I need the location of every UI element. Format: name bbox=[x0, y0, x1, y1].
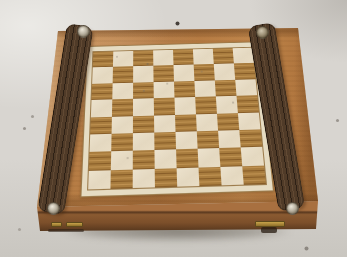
square-r1c1 bbox=[113, 67, 134, 84]
front-foot-shadow-left bbox=[48, 229, 84, 232]
front-foot-shadow-right bbox=[261, 227, 277, 233]
square-r5c3 bbox=[154, 132, 176, 150]
square-r3c3 bbox=[154, 98, 175, 115]
square-r7c5 bbox=[198, 167, 221, 186]
chess-box-photo bbox=[0, 0, 347, 257]
square-r4c1 bbox=[112, 116, 133, 134]
metal-fastener-bottom-left bbox=[47, 202, 60, 215]
square-r7c4 bbox=[177, 167, 200, 186]
square-r3c7 bbox=[237, 95, 259, 112]
square-r1c2 bbox=[133, 66, 153, 83]
square-r1c6 bbox=[214, 64, 235, 80]
square-r3c0 bbox=[91, 99, 112, 116]
square-r2c2 bbox=[133, 82, 154, 99]
chessboard bbox=[80, 41, 274, 197]
square-r0c0 bbox=[93, 52, 114, 68]
square-r2c5 bbox=[194, 80, 215, 97]
square-r7c3 bbox=[155, 168, 177, 188]
square-r3c6 bbox=[216, 96, 238, 113]
square-r3c4 bbox=[174, 97, 195, 114]
square-r2c6 bbox=[215, 80, 237, 97]
square-r3c5 bbox=[195, 96, 217, 113]
square-r4c7 bbox=[238, 112, 261, 130]
square-r0c2 bbox=[133, 50, 153, 66]
square-r7c1 bbox=[110, 169, 132, 189]
square-r5c4 bbox=[176, 131, 198, 149]
square-r4c0 bbox=[90, 116, 112, 134]
square-r5c7 bbox=[239, 129, 262, 147]
square-r7c7 bbox=[242, 165, 266, 184]
square-r5c1 bbox=[111, 133, 133, 151]
board-grid bbox=[87, 47, 267, 191]
square-r7c2 bbox=[133, 169, 155, 189]
square-r2c7 bbox=[235, 79, 257, 96]
square-r0c3 bbox=[153, 50, 173, 66]
metal-fastener-bottom-right bbox=[286, 202, 299, 215]
square-r6c5 bbox=[198, 148, 221, 167]
square-r0c5 bbox=[193, 49, 214, 65]
square-r1c5 bbox=[194, 64, 215, 80]
square-r2c0 bbox=[92, 83, 113, 100]
square-r0c4 bbox=[173, 49, 194, 65]
square-r6c6 bbox=[219, 148, 242, 167]
brass-hinge-left-b bbox=[66, 222, 83, 227]
square-r4c4 bbox=[175, 114, 197, 132]
square-r3c1 bbox=[112, 99, 133, 116]
square-r5c6 bbox=[218, 130, 241, 148]
square-r0c1 bbox=[113, 51, 133, 67]
square-r6c3 bbox=[154, 150, 176, 169]
brass-hinge-left-a bbox=[51, 222, 62, 227]
square-r2c4 bbox=[174, 81, 195, 98]
square-r0c6 bbox=[213, 48, 234, 64]
metal-fastener-top-left bbox=[77, 25, 90, 38]
square-r1c3 bbox=[153, 65, 174, 82]
square-r7c0 bbox=[88, 170, 111, 190]
square-r6c2 bbox=[133, 150, 155, 169]
square-r4c3 bbox=[154, 115, 176, 133]
square-r4c6 bbox=[217, 113, 239, 131]
square-r4c2 bbox=[133, 115, 154, 133]
square-r6c1 bbox=[111, 151, 133, 170]
square-r5c5 bbox=[197, 131, 219, 149]
brass-hinge-right bbox=[255, 221, 285, 227]
metal-fastener-top-right bbox=[256, 26, 269, 39]
square-r1c0 bbox=[92, 67, 113, 84]
square-r5c0 bbox=[90, 134, 112, 152]
square-r6c4 bbox=[176, 149, 198, 168]
square-r6c7 bbox=[241, 147, 264, 166]
square-r2c3 bbox=[154, 81, 175, 98]
table-specks bbox=[0, 0, 3, 3]
square-r5c2 bbox=[133, 132, 155, 150]
square-r3c2 bbox=[133, 98, 154, 115]
square-r6c0 bbox=[89, 152, 111, 171]
square-r2c1 bbox=[112, 82, 133, 99]
square-r4c5 bbox=[196, 113, 218, 131]
square-r7c6 bbox=[220, 166, 243, 185]
square-r1c4 bbox=[174, 65, 195, 81]
square-r1c7 bbox=[234, 63, 256, 79]
